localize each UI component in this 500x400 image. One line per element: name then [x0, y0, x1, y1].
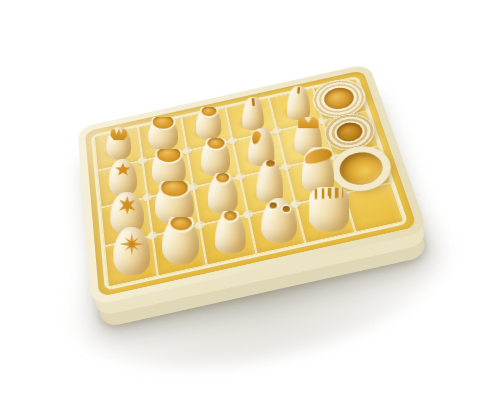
basket-serrated-piece	[308, 187, 348, 232]
tray-cell-r4c1	[104, 236, 157, 288]
rose-curved-piece	[302, 147, 334, 192]
nozzle-opening	[119, 233, 144, 256]
tray-cell-r3c6	[332, 146, 391, 193]
two-hole-piece	[262, 198, 298, 243]
nozzle-opening	[168, 214, 194, 233]
nozzle-opening	[270, 202, 277, 208]
tray-cell-r4c3	[200, 214, 256, 265]
nozzle-opening	[221, 209, 239, 223]
round-small-piece	[207, 173, 237, 214]
nozzle-tray	[77, 63, 428, 306]
nozzle-opening	[314, 187, 343, 199]
nozzle-opening	[336, 148, 387, 188]
tray-cell-r4c2	[152, 225, 207, 277]
nozzle-opening	[214, 170, 231, 184]
tray-cell-r4c5	[295, 193, 355, 244]
product-photo-stage	[0, 0, 500, 400]
nozzle-opening	[265, 159, 276, 168]
nozzle-opening	[117, 196, 138, 214]
cone-small-piece	[215, 211, 246, 254]
nozzle-opening	[159, 177, 190, 199]
star8-piece	[113, 227, 150, 276]
nozzle-detail	[283, 206, 290, 212]
tray-rim	[77, 63, 428, 306]
photo-perspective-scene	[0, 0, 500, 400]
